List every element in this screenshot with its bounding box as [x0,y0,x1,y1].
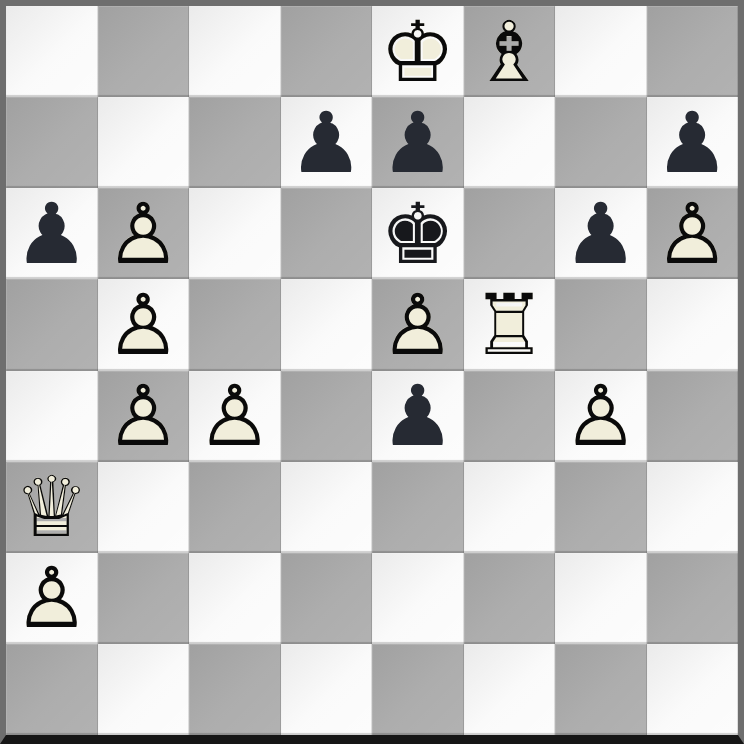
black-pawn-glyph: ♟ [372,371,464,462]
square-a2[interactable]: ♟♙ [6,553,98,644]
white-pawn[interactable]: ♟♙ [189,371,281,462]
white-pawn[interactable]: ♟♙ [372,279,464,370]
black-pawn-glyph: ♟ [647,97,739,188]
square-g2[interactable] [555,553,647,644]
square-c6[interactable] [189,188,281,279]
square-c7[interactable] [189,97,281,188]
square-c8[interactable] [189,6,281,97]
square-b2[interactable] [98,553,190,644]
white-pawn-outline-glyph: ♙ [98,188,190,279]
square-g4[interactable]: ♟♙ [555,371,647,462]
square-f4[interactable] [464,371,556,462]
black-king[interactable]: ♚ [372,188,464,279]
white-queen[interactable]: ♛♕ [6,462,98,553]
square-e7[interactable]: ♟ [372,97,464,188]
white-pawn[interactable]: ♟♙ [6,553,98,644]
white-rook[interactable]: ♜♖ [464,279,556,370]
black-pawn-glyph: ♟ [372,97,464,188]
square-f6[interactable] [464,188,556,279]
square-h7[interactable]: ♟ [647,97,739,188]
square-a1[interactable] [6,644,98,735]
square-g7[interactable] [555,97,647,188]
square-d5[interactable] [281,279,373,370]
square-c5[interactable] [189,279,281,370]
white-king-outline-glyph: ♔ [372,6,464,97]
white-bishop[interactable]: ♝♗ [464,6,556,97]
square-d6[interactable] [281,188,373,279]
white-rook-outline-glyph: ♖ [464,279,556,370]
square-g6[interactable]: ♟ [555,188,647,279]
square-c2[interactable] [189,553,281,644]
square-a7[interactable] [6,97,98,188]
square-f2[interactable] [464,553,556,644]
square-f5[interactable]: ♜♖ [464,279,556,370]
square-f7[interactable] [464,97,556,188]
white-bishop-outline-glyph: ♗ [464,6,556,97]
square-f8[interactable]: ♝♗ [464,6,556,97]
board-frame: ♚♔♝♗♟♟♟♟♟♙♚♟♟♙♟♙♟♙♜♖♟♙♟♙♟♟♙♛♕♟♙ [0,0,744,744]
square-d8[interactable] [281,6,373,97]
square-e4[interactable]: ♟ [372,371,464,462]
white-pawn-outline-glyph: ♙ [189,371,281,462]
square-g5[interactable] [555,279,647,370]
square-b1[interactable] [98,644,190,735]
square-f1[interactable] [464,644,556,735]
black-pawn-glyph: ♟ [555,188,647,279]
square-e5[interactable]: ♟♙ [372,279,464,370]
square-c3[interactable] [189,462,281,553]
square-a8[interactable] [6,6,98,97]
square-g1[interactable] [555,644,647,735]
square-h5[interactable] [647,279,739,370]
square-d3[interactable] [281,462,373,553]
black-pawn[interactable]: ♟ [555,188,647,279]
square-g8[interactable] [555,6,647,97]
square-a6[interactable]: ♟ [6,188,98,279]
square-a3[interactable]: ♛♕ [6,462,98,553]
square-h4[interactable] [647,371,739,462]
white-pawn[interactable]: ♟♙ [98,188,190,279]
square-h1[interactable] [647,644,739,735]
white-king[interactable]: ♚♔ [372,6,464,97]
white-pawn[interactable]: ♟♙ [647,188,739,279]
white-queen-outline-glyph: ♕ [6,462,98,553]
square-c1[interactable] [189,644,281,735]
white-pawn-outline-glyph: ♙ [372,279,464,370]
square-e2[interactable] [372,553,464,644]
square-d4[interactable] [281,371,373,462]
square-a4[interactable] [6,371,98,462]
white-pawn[interactable]: ♟♙ [98,371,190,462]
square-h3[interactable] [647,462,739,553]
black-pawn-glyph: ♟ [6,188,98,279]
square-g3[interactable] [555,462,647,553]
black-pawn[interactable]: ♟ [6,188,98,279]
white-pawn-outline-glyph: ♙ [6,553,98,644]
black-pawn[interactable]: ♟ [372,97,464,188]
black-pawn[interactable]: ♟ [647,97,739,188]
square-e6[interactable]: ♚ [372,188,464,279]
square-b3[interactable] [98,462,190,553]
black-pawn[interactable]: ♟ [281,97,373,188]
square-h2[interactable] [647,553,739,644]
white-pawn-outline-glyph: ♙ [555,371,647,462]
square-b7[interactable] [98,97,190,188]
chess-board: ♚♔♝♗♟♟♟♟♟♙♚♟♟♙♟♙♟♙♜♖♟♙♟♙♟♟♙♛♕♟♙ [6,6,738,735]
square-d7[interactable]: ♟ [281,97,373,188]
square-h8[interactable] [647,6,739,97]
square-b4[interactable]: ♟♙ [98,371,190,462]
white-pawn-outline-glyph: ♙ [98,371,190,462]
square-h6[interactable]: ♟♙ [647,188,739,279]
white-pawn[interactable]: ♟♙ [555,371,647,462]
square-e1[interactable] [372,644,464,735]
square-e3[interactable] [372,462,464,553]
black-king-glyph: ♚ [372,188,464,279]
square-f3[interactable] [464,462,556,553]
square-a5[interactable] [6,279,98,370]
white-pawn-outline-glyph: ♙ [98,279,190,370]
square-c4[interactable]: ♟♙ [189,371,281,462]
square-d1[interactable] [281,644,373,735]
white-pawn-outline-glyph: ♙ [647,188,739,279]
square-d2[interactable] [281,553,373,644]
black-pawn[interactable]: ♟ [372,371,464,462]
square-e8[interactable]: ♚♔ [372,6,464,97]
white-pawn[interactable]: ♟♙ [98,279,190,370]
square-b8[interactable] [98,6,190,97]
black-pawn-glyph: ♟ [281,97,373,188]
square-b5[interactable]: ♟♙ [98,279,190,370]
square-b6[interactable]: ♟♙ [98,188,190,279]
